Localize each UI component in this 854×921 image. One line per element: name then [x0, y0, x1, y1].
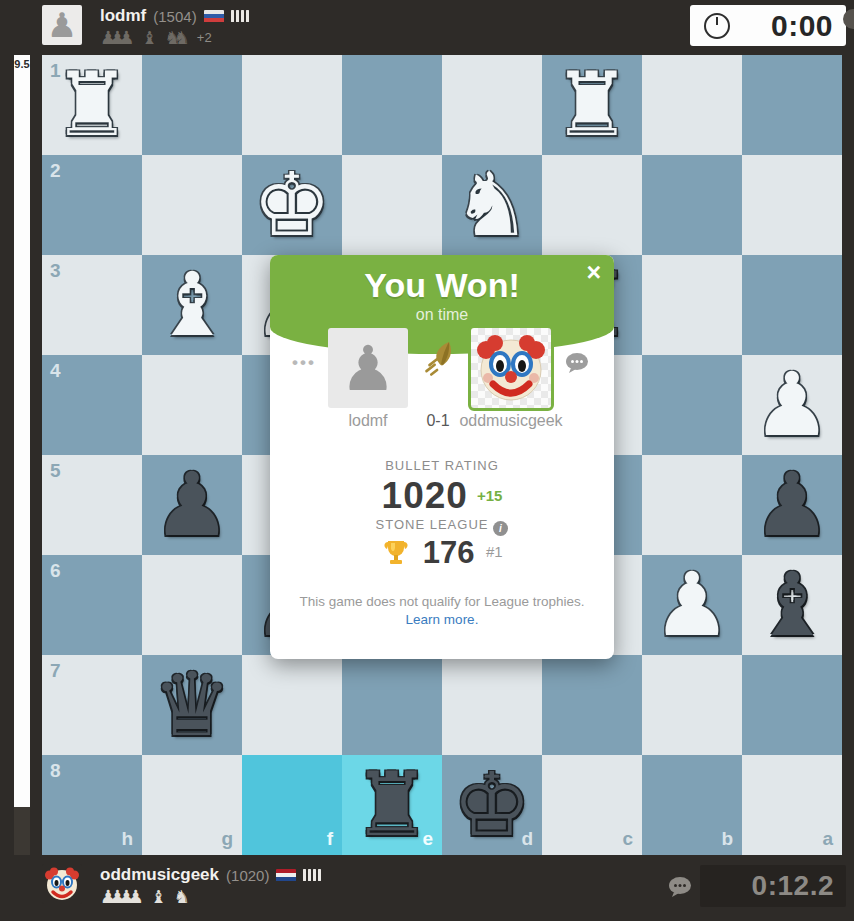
square-e7[interactable]: [342, 655, 442, 755]
square-h7[interactable]: 7: [42, 655, 142, 755]
square-a6[interactable]: ♝: [742, 555, 842, 655]
square-e8[interactable]: ♜e: [342, 755, 442, 855]
stopwatch-icon: [704, 13, 730, 39]
file-label-f: f: [327, 828, 333, 850]
file-label-e: e: [422, 828, 433, 850]
square-g3[interactable]: ♝: [142, 255, 242, 355]
square-e1[interactable]: [342, 55, 442, 155]
square-f2[interactable]: ♚: [242, 155, 342, 255]
square-a8[interactable]: a: [742, 755, 842, 855]
square-a4[interactable]: ♟: [742, 355, 842, 455]
rating-delta: +15: [477, 487, 502, 504]
white-pawn-a4[interactable]: ♟: [742, 355, 842, 455]
square-b7[interactable]: [642, 655, 742, 755]
top-player-bar: ♟ lodmf (1504) ♟♟♟♝♞♞ +2 0:00: [0, 0, 854, 52]
square-a2[interactable]: [742, 155, 842, 255]
square-h1[interactable]: ♜1: [42, 55, 142, 155]
square-f8[interactable]: f: [242, 755, 342, 855]
rating-row: 1020+15: [270, 475, 614, 517]
square-b3[interactable]: [642, 255, 742, 355]
chat-bubble-icon[interactable]: [565, 352, 590, 378]
chat-bubble-icon[interactable]: [668, 876, 693, 902]
learn-more-link[interactable]: Learn more.: [270, 612, 614, 627]
captured-piece-group: ♟♟♟: [100, 29, 134, 47]
league-row: 176 #1: [270, 535, 614, 571]
square-h4[interactable]: 4: [42, 355, 142, 455]
winner-avatar[interactable]: [468, 325, 554, 411]
top-captured-pieces: ♟♟♟♝♞♞ +2: [100, 29, 212, 47]
square-b8[interactable]: b: [642, 755, 742, 855]
bottom-captured-pieces: ♟♟♟♟♝♞: [100, 888, 190, 906]
bottom-player-flag-icon: [276, 869, 296, 882]
rank-label-1: 1: [50, 60, 61, 82]
top-player-name[interactable]: lodmf: [100, 6, 146, 26]
top-clock-time: 0:00: [730, 9, 846, 43]
bullet-speed-icon: [419, 339, 457, 383]
square-a7[interactable]: [742, 655, 842, 755]
rank-label-8: 8: [50, 760, 61, 782]
file-label-g: g: [221, 828, 233, 850]
captured-piece-group: ♟♟♟♟: [100, 888, 144, 906]
square-g4[interactable]: [142, 355, 242, 455]
square-h5[interactable]: 5: [42, 455, 142, 555]
close-icon[interactable]: ×: [586, 258, 601, 286]
square-g8[interactable]: g: [142, 755, 242, 855]
bottom-player-clock: 0:12.2: [700, 865, 846, 907]
league-label: STONE LEAGUEi: [270, 517, 614, 536]
white-bishop-g3[interactable]: ♝: [142, 255, 242, 355]
result-title: You Won!: [270, 255, 614, 305]
file-label-b: b: [721, 828, 733, 850]
more-options-icon[interactable]: •••: [292, 353, 316, 373]
clown-face-icon: [471, 328, 551, 408]
square-f7[interactable]: [242, 655, 342, 755]
signal-bars-icon: [231, 10, 249, 22]
square-g7[interactable]: ♛: [142, 655, 242, 755]
chess-app: ♟ lodmf (1504) ♟♟♟♝♞♞ +2 0:00 9.5 ♜1♜2♚♞…: [0, 0, 854, 921]
material-advantage: +2: [197, 29, 212, 47]
bottom-player-avatar[interactable]: [42, 864, 82, 904]
trophy-icon: [381, 538, 411, 568]
square-h8[interactable]: 8h: [42, 755, 142, 855]
top-player-rating: (1504): [153, 8, 196, 25]
loser-avatar[interactable]: ♟: [328, 328, 408, 408]
black-pawn-a5[interactable]: ♟: [742, 455, 842, 555]
file-label-a: a: [822, 828, 833, 850]
rating-label: BULLET RATING: [270, 458, 614, 473]
square-c8[interactable]: c: [542, 755, 642, 855]
signal-bars-icon: [303, 869, 321, 881]
winner-name[interactable]: oddmusicgeek: [451, 412, 571, 430]
white-rook-c1[interactable]: ♜: [542, 55, 642, 155]
square-c7[interactable]: [542, 655, 642, 755]
square-a1[interactable]: [742, 55, 842, 155]
white-pawn-b6[interactable]: ♟: [642, 555, 742, 655]
league-rank: #1: [486, 543, 503, 560]
square-a5[interactable]: ♟: [742, 455, 842, 555]
square-d2[interactable]: ♞: [442, 155, 542, 255]
square-e2[interactable]: [342, 155, 442, 255]
file-label-d: d: [521, 828, 533, 850]
square-b5[interactable]: [642, 455, 742, 555]
game-result-modal: You Won! on time × ••• ♟: [270, 255, 614, 659]
square-g1[interactable]: [142, 55, 242, 155]
square-b1[interactable]: [642, 55, 742, 155]
square-a3[interactable]: [742, 255, 842, 355]
loser-name[interactable]: lodmf: [308, 412, 428, 430]
square-d7[interactable]: [442, 655, 542, 755]
white-king-f2[interactable]: ♚: [242, 155, 342, 255]
file-label-h: h: [121, 828, 133, 850]
rank-label-6: 6: [50, 560, 61, 582]
league-note: This game does not qualify for League tr…: [270, 594, 614, 609]
captured-piece-group: ♞: [174, 888, 190, 906]
square-d1[interactable]: [442, 55, 542, 155]
bottom-clock-time: 0:12.2: [752, 870, 846, 902]
result-reason: on time: [270, 306, 614, 324]
captured-piece-group: ♞♞: [165, 29, 190, 47]
white-knight-d2[interactable]: ♞: [442, 155, 542, 255]
rank-label-4: 4: [50, 360, 61, 382]
top-player-clock: 0:00: [690, 5, 846, 46]
black-bishop-a6[interactable]: ♝: [742, 555, 842, 655]
black-queen-g7[interactable]: ♛: [142, 655, 242, 755]
evaluation-bar-black-section: [14, 807, 30, 855]
black-pawn-g5[interactable]: ♟: [142, 455, 242, 555]
captured-piece-group: ♝: [141, 29, 157, 47]
square-h3[interactable]: 3: [42, 255, 142, 355]
pawn-avatar-icon: ♟: [340, 332, 396, 405]
square-g6[interactable]: [142, 555, 242, 655]
top-player-flag-icon: [204, 10, 224, 23]
square-c1[interactable]: ♜: [542, 55, 642, 155]
square-b4[interactable]: [642, 355, 742, 455]
clown-avatar-icon: [42, 864, 82, 904]
top-player-avatar[interactable]: ♟: [42, 5, 82, 45]
square-h2[interactable]: 2: [42, 155, 142, 255]
evaluation-score: 9.5: [9, 58, 35, 70]
rank-label-3: 3: [50, 260, 61, 282]
rank-label-5: 5: [50, 460, 61, 482]
modal-header: You Won! on time ×: [270, 255, 614, 327]
square-b6[interactable]: ♟: [642, 555, 742, 655]
info-icon[interactable]: i: [493, 521, 508, 536]
rating-value: 1020: [382, 475, 468, 516]
league-points: 176: [423, 535, 475, 570]
square-g5[interactable]: ♟: [142, 455, 242, 555]
square-c2[interactable]: [542, 155, 642, 255]
square-f1[interactable]: [242, 55, 342, 155]
captured-piece-group: ♝: [151, 888, 167, 906]
square-h6[interactable]: 6: [42, 555, 142, 655]
rank-label-7: 7: [50, 660, 61, 682]
square-g2[interactable]: [142, 155, 242, 255]
rank-label-2: 2: [50, 160, 61, 182]
pawn-avatar-icon: ♟: [47, 5, 77, 45]
evaluation-bar: 9.5: [14, 55, 30, 855]
square-b2[interactable]: [642, 155, 742, 255]
bottom-player-name[interactable]: oddmusicgeek: [100, 865, 219, 885]
square-d8[interactable]: ♚d: [442, 755, 542, 855]
bottom-player-rating: (1020): [226, 867, 269, 884]
file-label-c: c: [622, 828, 633, 850]
